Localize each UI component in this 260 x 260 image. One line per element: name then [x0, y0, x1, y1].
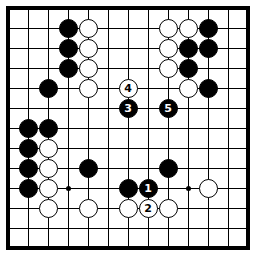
- black-stone: [179, 59, 198, 78]
- white-stone: [79, 199, 98, 218]
- star-point: [186, 186, 191, 191]
- black-stone: [159, 159, 178, 178]
- white-stone: [79, 19, 98, 38]
- black-stone: [79, 159, 98, 178]
- black-stone: [59, 39, 78, 58]
- white-stone: [159, 39, 178, 58]
- black-stone: [199, 79, 218, 98]
- black-stone: [39, 79, 58, 98]
- white-stone-move-4: 4: [119, 79, 138, 98]
- white-stone: [39, 159, 58, 178]
- white-stone: [159, 19, 178, 38]
- black-stone: [199, 19, 218, 38]
- white-stone: [39, 139, 58, 158]
- white-stone: [79, 39, 98, 58]
- white-stone: [199, 179, 218, 198]
- white-stone: [79, 59, 98, 78]
- black-stone: [59, 19, 78, 38]
- white-stone-move-2: 2: [139, 199, 158, 218]
- star-point: [66, 186, 71, 191]
- go-board-diagram: 43512: [0, 0, 260, 260]
- black-stone: [39, 119, 58, 138]
- black-stone: [19, 159, 38, 178]
- white-stone: [39, 199, 58, 218]
- black-stone-move-5: 5: [159, 99, 178, 118]
- black-stone: [119, 179, 138, 198]
- white-stone: [179, 79, 198, 98]
- black-stone: [59, 59, 78, 78]
- black-stone: [19, 139, 38, 158]
- white-stone: [159, 199, 178, 218]
- white-stone: [159, 59, 178, 78]
- black-stone: [179, 39, 198, 58]
- black-stone: [19, 119, 38, 138]
- black-stone: [199, 39, 218, 58]
- board-points: 43512: [0, 0, 258, 258]
- white-stone: [39, 179, 58, 198]
- black-stone-move-3: 3: [119, 99, 138, 118]
- white-stone: [79, 79, 98, 98]
- white-stone: [179, 19, 198, 38]
- white-stone: [119, 199, 138, 218]
- black-stone: [19, 179, 38, 198]
- page: { "game": "go", "board": { "size": 13, "…: [0, 0, 260, 260]
- black-stone-move-1: 1: [139, 179, 158, 198]
